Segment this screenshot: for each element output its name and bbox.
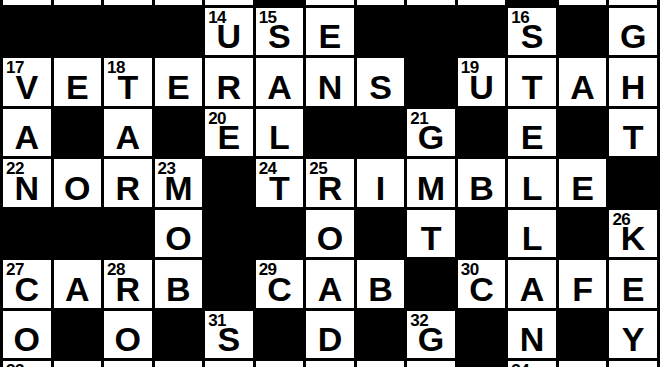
- cell-r1c6[interactable]: E: [306, 8, 354, 56]
- clue-number: 33: [6, 362, 24, 367]
- cell-r4c3[interactable]: 23M: [155, 159, 203, 207]
- cell-r6c6[interactable]: A: [306, 260, 354, 308]
- cell-r3c9: [458, 109, 506, 157]
- cell-r7c3: [155, 311, 203, 359]
- cell-r7c0[interactable]: O: [3, 311, 51, 359]
- cell-letter: T: [256, 171, 304, 205]
- cell-letter: F: [559, 272, 607, 306]
- cell-r8c9: [458, 361, 506, 367]
- cell-letter: R: [104, 171, 152, 205]
- cell-letter: T: [407, 221, 455, 255]
- cell-letter: M: [155, 171, 203, 205]
- cell-r7c7: [357, 311, 405, 359]
- cell-r6c9[interactable]: 30C: [458, 260, 506, 308]
- cell-letter: K: [609, 221, 657, 255]
- cell-r3c0[interactable]: A: [3, 109, 51, 157]
- cell-r2c7[interactable]: S: [357, 58, 405, 106]
- cell-r2c5[interactable]: A: [256, 58, 304, 106]
- cell-r1c4[interactable]: 14U: [205, 8, 253, 56]
- cell-letter: T: [508, 70, 556, 104]
- cell-r5c1: [54, 210, 102, 258]
- cell-r3c5[interactable]: L: [256, 109, 304, 157]
- cell-r0c3[interactable]: [155, 0, 203, 5]
- cell-r7c10[interactable]: N: [508, 311, 556, 359]
- cell-letter: V: [3, 70, 51, 104]
- cell-r6c4: [205, 260, 253, 308]
- cell-r7c6[interactable]: D: [306, 311, 354, 359]
- cell-r0c4[interactable]: [205, 0, 253, 5]
- cell-r4c2[interactable]: R: [104, 159, 152, 207]
- cell-r4c6[interactable]: 25R: [306, 159, 354, 207]
- cell-r7c5: [256, 311, 304, 359]
- cell-r5c12[interactable]: 26K: [609, 210, 657, 258]
- cell-r8c12[interactable]: [609, 361, 657, 367]
- cell-letter: L: [256, 120, 304, 154]
- cell-r2c8: [407, 58, 455, 106]
- cell-letter: L: [508, 171, 556, 205]
- cell-r5c5: [256, 210, 304, 258]
- cell-letter: N: [3, 171, 51, 205]
- cell-r0c11[interactable]: [559, 0, 607, 5]
- cell-r1c0: [3, 8, 51, 56]
- cell-letter: A: [306, 272, 354, 306]
- cell-r5c0: [3, 210, 51, 258]
- crossword-viewport: 14U15SE16SG17VE18TERANS19UTAHAA20EL21GET…: [0, 0, 660, 367]
- cell-r0c9[interactable]: [458, 0, 506, 5]
- cell-r7c4[interactable]: 31S: [205, 311, 253, 359]
- cell-r8c10[interactable]: 34: [508, 361, 556, 367]
- cell-letter: N: [508, 322, 556, 356]
- cell-r2c10[interactable]: T: [508, 58, 556, 106]
- cell-letter: U: [205, 19, 253, 53]
- cell-r8c7[interactable]: [357, 361, 405, 367]
- cell-letter: R: [205, 70, 253, 104]
- cell-r4c0[interactable]: 22N: [3, 159, 51, 207]
- cell-r2c0[interactable]: 17V: [3, 58, 51, 106]
- cell-r7c2[interactable]: O: [104, 311, 152, 359]
- cell-letter: C: [458, 272, 506, 306]
- cell-r8c2[interactable]: [104, 361, 152, 367]
- cell-r8c0[interactable]: 33: [3, 361, 51, 367]
- cell-letter: E: [609, 272, 657, 306]
- cell-r5c2: [104, 210, 152, 258]
- cell-letter: G: [407, 120, 455, 154]
- cell-letter: E: [54, 70, 102, 104]
- cell-r5c4: [205, 210, 253, 258]
- cell-letter: G: [407, 322, 455, 356]
- cell-r0c5: [256, 0, 304, 5]
- cell-r4c8[interactable]: M: [407, 159, 455, 207]
- cell-letter: B: [458, 171, 506, 205]
- cell-r4c9[interactable]: B: [458, 159, 506, 207]
- cell-letter: M: [407, 171, 455, 205]
- cell-r0c1[interactable]: [54, 0, 102, 5]
- cell-r8c3[interactable]: [155, 361, 203, 367]
- cell-r3c12[interactable]: T: [609, 109, 657, 157]
- cell-letter: D: [306, 322, 354, 356]
- crossword-grid: 14U15SE16SG17VE18TERANS19UTAHAA20EL21GET…: [0, 0, 660, 367]
- cell-r2c11[interactable]: A: [559, 58, 607, 106]
- cell-r3c2[interactable]: A: [104, 109, 152, 157]
- cell-letter: O: [104, 322, 152, 356]
- cell-r4c12: [609, 159, 657, 207]
- cell-r1c10[interactable]: 16S: [508, 8, 556, 56]
- cell-r8c11[interactable]: [559, 361, 607, 367]
- cell-r5c9: [458, 210, 506, 258]
- cell-letter: A: [508, 272, 556, 306]
- cell-letter: R: [306, 171, 354, 205]
- cell-r6c1[interactable]: A: [54, 260, 102, 308]
- cell-letter: A: [54, 272, 102, 306]
- cell-r1c5[interactable]: 15S: [256, 8, 304, 56]
- cell-r2c4[interactable]: R: [205, 58, 253, 106]
- cell-r8c4[interactable]: [205, 361, 253, 367]
- cell-r0c12[interactable]: [609, 0, 657, 5]
- cell-letter: S: [205, 322, 253, 356]
- cell-letter: A: [559, 70, 607, 104]
- cell-r8c5[interactable]: [256, 361, 304, 367]
- cell-letter: C: [256, 272, 304, 306]
- cell-r0c0[interactable]: [3, 0, 51, 5]
- cell-letter: O: [306, 221, 354, 255]
- cell-r1c8: [407, 8, 455, 56]
- cell-letter: L: [508, 221, 556, 255]
- cell-r4c11[interactable]: E: [559, 159, 607, 207]
- cell-r4c4: [205, 159, 253, 207]
- cell-letter: T: [609, 120, 657, 154]
- cell-r6c10[interactable]: A: [508, 260, 556, 308]
- cell-r3c1: [54, 109, 102, 157]
- cell-r3c3: [155, 109, 203, 157]
- cell-r5c7: [357, 210, 405, 258]
- cell-letter: A: [104, 120, 152, 154]
- cell-r3c4[interactable]: 20E: [205, 109, 253, 157]
- cell-r1c7: [357, 8, 405, 56]
- cell-letter: S: [357, 70, 405, 104]
- cell-letter: N: [306, 70, 354, 104]
- cell-letter: O: [54, 171, 102, 205]
- cell-r4c7[interactable]: I: [357, 159, 405, 207]
- cell-letter: A: [256, 70, 304, 104]
- cell-r1c12[interactable]: G: [609, 8, 657, 56]
- cell-r1c2: [104, 8, 152, 56]
- cell-r0c6[interactable]: [306, 0, 354, 5]
- cell-r2c9[interactable]: 19U: [458, 58, 506, 106]
- clue-number: 34: [511, 362, 529, 367]
- cell-r8c1[interactable]: [54, 361, 102, 367]
- cell-r2c2[interactable]: 18T: [104, 58, 152, 106]
- cell-r3c7: [357, 109, 405, 157]
- cell-r6c0[interactable]: 27C: [3, 260, 51, 308]
- cell-letter: B: [155, 272, 203, 306]
- cell-r5c11: [559, 210, 607, 258]
- cell-r8c6[interactable]: [306, 361, 354, 367]
- cell-r6c7[interactable]: B: [357, 260, 405, 308]
- cell-r4c5[interactable]: 24T: [256, 159, 304, 207]
- cell-r7c8[interactable]: 32G: [407, 311, 455, 359]
- cell-r6c11[interactable]: F: [559, 260, 607, 308]
- cell-r4c1[interactable]: O: [54, 159, 102, 207]
- cell-r1c1: [54, 8, 102, 56]
- cell-r3c8[interactable]: 21G: [407, 109, 455, 157]
- cell-r1c9: [458, 8, 506, 56]
- cell-letter: U: [458, 70, 506, 104]
- cell-r0c7[interactable]: [357, 0, 405, 5]
- cell-r0c8[interactable]: [407, 0, 455, 5]
- cell-r5c10[interactable]: L: [508, 210, 556, 258]
- cell-r5c3[interactable]: O: [155, 210, 203, 258]
- cell-r2c3[interactable]: E: [155, 58, 203, 106]
- cell-r6c2[interactable]: 28R: [104, 260, 152, 308]
- cell-letter: H: [609, 70, 657, 104]
- cell-r3c6: [306, 109, 354, 157]
- cell-r1c11: [559, 8, 607, 56]
- cell-letter: C: [3, 272, 51, 306]
- cell-r6c12[interactable]: E: [609, 260, 657, 308]
- cell-letter: A: [3, 120, 51, 154]
- cell-letter: S: [256, 19, 304, 53]
- cell-letter: T: [104, 70, 152, 104]
- cell-r6c3[interactable]: B: [155, 260, 203, 308]
- cell-r1c3: [155, 8, 203, 56]
- cell-letter: B: [357, 272, 405, 306]
- cell-letter: Y: [609, 322, 657, 356]
- cell-letter: E: [559, 171, 607, 205]
- cell-r8c8[interactable]: [407, 361, 455, 367]
- cell-r7c12[interactable]: Y: [609, 311, 657, 359]
- cell-letter: S: [508, 19, 556, 53]
- cell-r4c10[interactable]: L: [508, 159, 556, 207]
- cell-letter: G: [609, 19, 657, 53]
- cell-letter: I: [357, 171, 405, 205]
- cell-r5c8[interactable]: T: [407, 210, 455, 258]
- cell-r7c9: [458, 311, 506, 359]
- cell-letter: E: [508, 120, 556, 154]
- cell-r7c1: [54, 311, 102, 359]
- cell-r0c2[interactable]: [104, 0, 152, 5]
- cell-letter: O: [3, 322, 51, 356]
- cell-r5c6[interactable]: O: [306, 210, 354, 258]
- cell-r3c11: [559, 109, 607, 157]
- cell-r2c1[interactable]: E: [54, 58, 102, 106]
- cell-letter: E: [205, 120, 253, 154]
- cell-r6c5[interactable]: 29C: [256, 260, 304, 308]
- cell-r2c12[interactable]: H: [609, 58, 657, 106]
- cell-r2c6[interactable]: N: [306, 58, 354, 106]
- cell-letter: O: [155, 221, 203, 255]
- cell-letter: R: [104, 272, 152, 306]
- cell-letter: E: [155, 70, 203, 104]
- cell-r6c8: [407, 260, 455, 308]
- cell-r3c10[interactable]: E: [508, 109, 556, 157]
- cell-r0c10: [508, 0, 556, 5]
- cell-r7c11: [559, 311, 607, 359]
- cell-letter: E: [306, 19, 354, 53]
